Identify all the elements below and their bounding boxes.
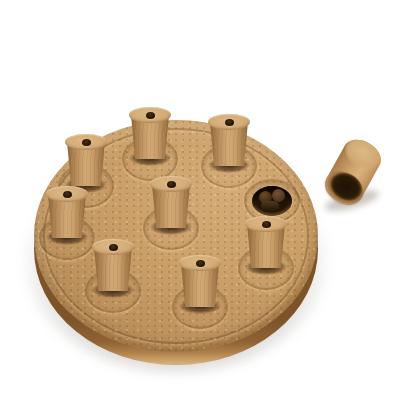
peg-top-left[interactable]	[65, 134, 107, 192]
slot-center	[143, 206, 199, 250]
finger-hole	[109, 244, 118, 251]
slot-top	[122, 137, 178, 181]
finger-hole	[262, 221, 271, 228]
slot-bottom-left	[85, 269, 141, 313]
treat-compartment[interactable]	[252, 186, 292, 216]
peg-bottom-right[interactable]	[245, 216, 287, 274]
finger-hole	[196, 260, 205, 267]
slot-bottom	[172, 285, 228, 329]
peg-left[interactable]	[46, 186, 88, 244]
peg-top[interactable]	[129, 107, 171, 165]
peg-top-right[interactable]	[208, 114, 250, 172]
peg-bottom[interactable]	[179, 255, 221, 313]
finger-hole	[63, 191, 72, 198]
finger-hole	[146, 112, 155, 119]
removed-peg[interactable]	[320, 133, 387, 210]
finger-hole	[167, 181, 176, 188]
treat[interactable]	[261, 201, 279, 212]
slot-bottom-right	[238, 246, 294, 290]
peg-bottom-left[interactable]	[92, 239, 134, 297]
finger-hole	[225, 119, 234, 126]
slot-left	[39, 216, 95, 260]
finger-hole	[82, 139, 91, 146]
scene: Round wooden dog treat puzzle board: 8 h…	[0, 0, 400, 400]
peg-center[interactable]	[150, 176, 192, 234]
